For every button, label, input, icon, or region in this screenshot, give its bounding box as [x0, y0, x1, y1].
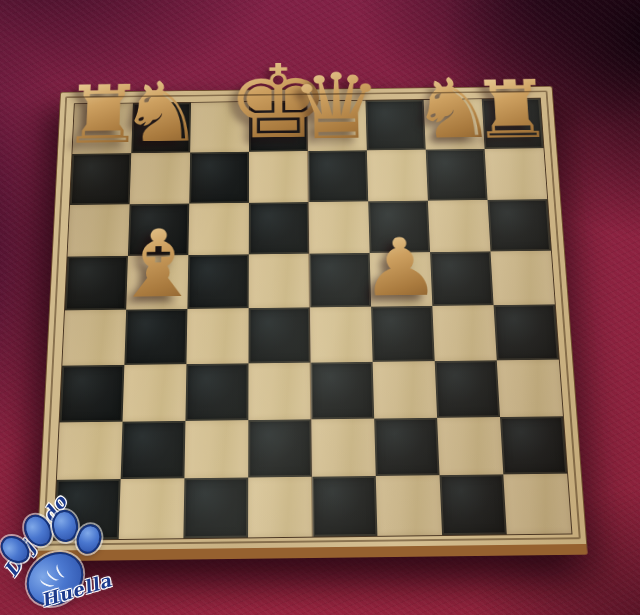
square-r5c8 — [494, 304, 559, 360]
square-r8c5 — [312, 476, 377, 536]
square-r8c6 — [376, 475, 442, 535]
square-r2c7 — [426, 149, 488, 201]
square-r6c1 — [60, 365, 125, 422]
square-r3c8 — [488, 199, 551, 252]
square-r2c8 — [485, 148, 548, 200]
square-r8c8 — [503, 474, 571, 534]
background-cloth: ♜♞♚♛♞♜♝♟ Dejando Huella — [0, 0, 640, 615]
board-frame: ♜♞♚♛♞♜♝♟ — [36, 86, 588, 562]
square-r4c6: ♟ — [370, 252, 433, 306]
square-r4c1 — [65, 256, 128, 310]
square-r2c2 — [130, 152, 191, 204]
square-r8c4 — [248, 477, 313, 537]
square-r2c5 — [308, 150, 368, 202]
paw-toe-icon — [50, 509, 79, 544]
square-r7c8 — [500, 416, 567, 475]
square-r2c1 — [70, 153, 131, 205]
square-r4c8 — [491, 251, 555, 305]
square-r4c5 — [309, 253, 371, 307]
square-r1c4: ♚ — [249, 101, 308, 151]
square-r4c3 — [187, 255, 248, 309]
square-r1c1: ♜ — [72, 103, 132, 153]
square-r5c4 — [249, 307, 311, 363]
square-r3c5 — [309, 201, 370, 254]
square-r7c5 — [311, 418, 376, 477]
square-r1c8: ♜ — [482, 98, 544, 148]
square-r3c4 — [249, 202, 309, 255]
square-r5c6 — [371, 306, 435, 362]
square-r8c7 — [440, 475, 507, 535]
square-r6c4 — [248, 362, 311, 419]
square-r6c8 — [497, 359, 563, 416]
square-r3c1 — [67, 204, 129, 257]
square-r7c4 — [248, 419, 312, 478]
square-r2c6 — [367, 149, 428, 201]
square-r7c6 — [374, 417, 439, 476]
square-r1c2: ♞ — [131, 103, 191, 153]
square-r4c4 — [249, 254, 310, 308]
square-r1c7: ♞ — [424, 99, 485, 149]
square-r3c3 — [188, 202, 249, 255]
square-r1c5: ♛ — [307, 101, 367, 151]
square-r6c6 — [373, 361, 437, 418]
square-r3c6 — [368, 200, 430, 253]
square-r2c3 — [189, 152, 249, 204]
square-r6c7 — [435, 360, 500, 417]
square-r4c7 — [430, 252, 494, 306]
square-r5c7 — [432, 305, 496, 361]
watermark: Dejando Huella — [0, 494, 132, 615]
square-r6c3 — [185, 363, 248, 420]
square-r7c2 — [121, 420, 186, 479]
square-r1c6 — [365, 100, 425, 150]
board-squares: ♜♞♚♛♞♜♝♟ — [53, 98, 573, 541]
square-r5c1 — [62, 310, 126, 366]
square-r3c7 — [428, 199, 491, 252]
square-r7c7 — [437, 417, 503, 476]
square-r2c4 — [249, 151, 309, 203]
square-r5c5 — [310, 307, 373, 363]
chess-board: ♜♞♚♛♞♜♝♟ — [36, 86, 588, 562]
square-r5c2 — [124, 309, 187, 365]
square-r3c2 — [128, 203, 189, 256]
square-r5c3 — [186, 308, 248, 364]
square-r8c3 — [183, 478, 248, 538]
square-r7c1 — [57, 421, 123, 480]
square-r1c3 — [190, 102, 249, 152]
square-r4c2: ♝ — [126, 255, 188, 309]
square-r7c3 — [184, 420, 248, 479]
square-r6c2 — [123, 364, 187, 421]
square-r6c5 — [311, 362, 375, 419]
